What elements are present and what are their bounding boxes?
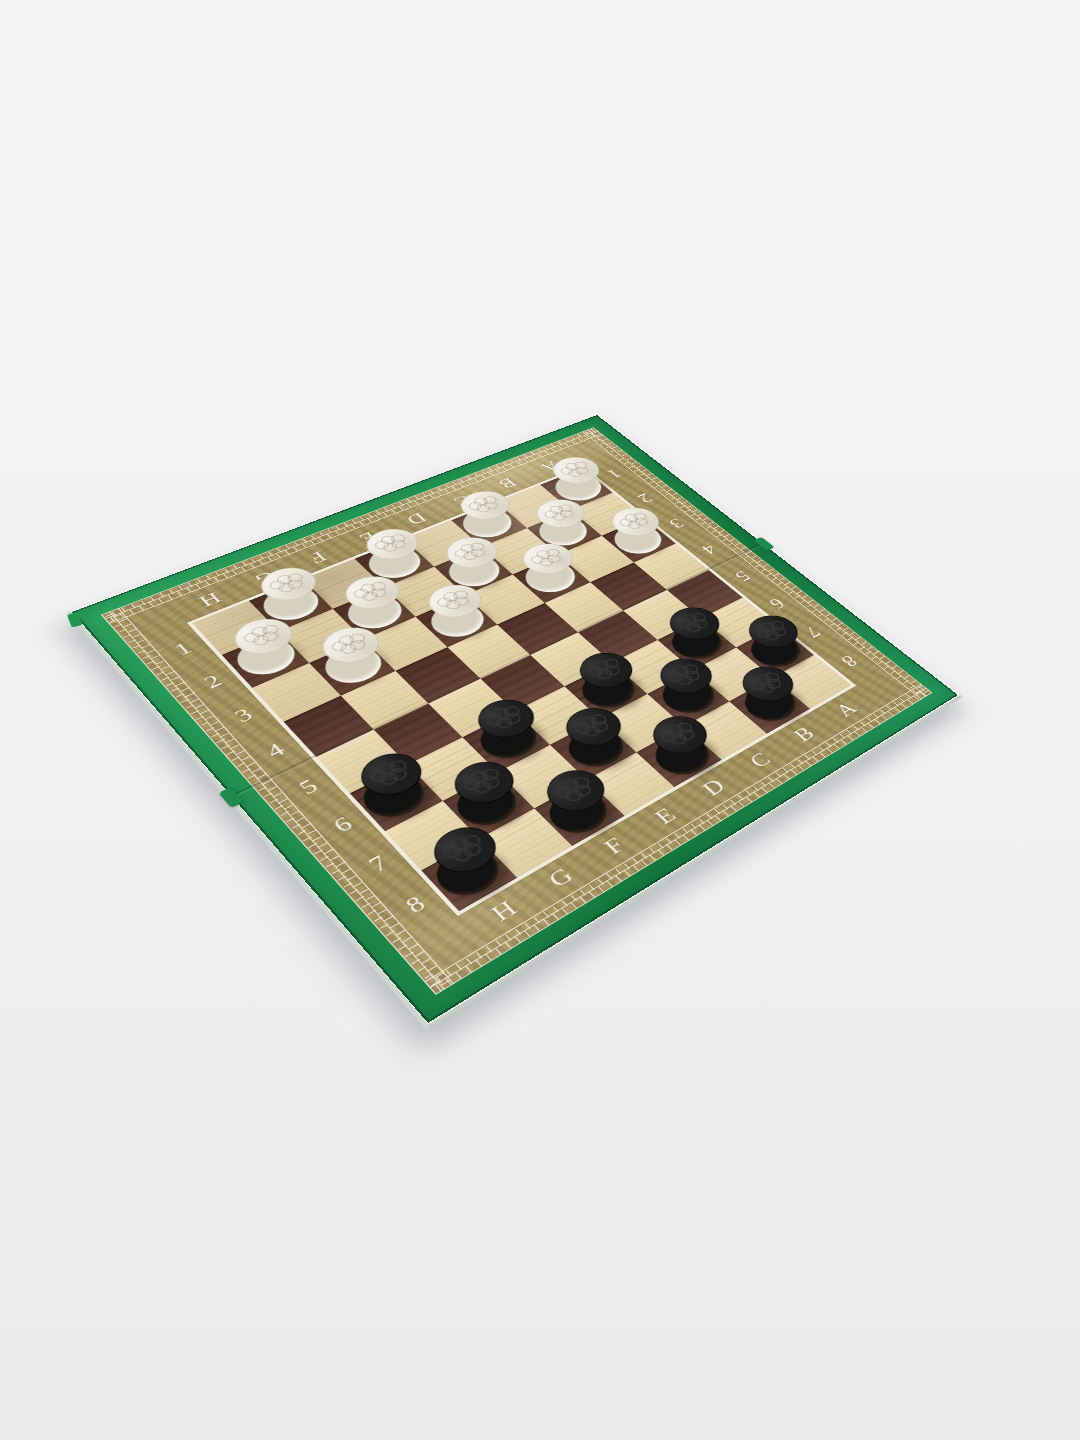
- file-label-bottom-A: A: [832, 699, 861, 720]
- file-label-top-H: H: [194, 590, 224, 610]
- rank-label-right-3: 3: [665, 516, 687, 531]
- rank-label-left-1: 1: [170, 639, 195, 658]
- fold-tab-corner: [67, 612, 83, 628]
- file-label-bottom-E: E: [651, 805, 681, 828]
- rank-label-left-7: 7: [364, 852, 392, 876]
- file-label-bottom-H: H: [487, 897, 522, 925]
- file-label-bottom-F: F: [600, 834, 629, 858]
- checkers-folding-mat: HHGGFFEEDDCCBBAA1122334455667788: [72, 415, 958, 1023]
- file-label-bottom-D: D: [699, 776, 730, 800]
- file-label-top-B: B: [494, 475, 519, 490]
- rank-label-right-4: 4: [697, 541, 720, 556]
- rank-label-left-6: 6: [329, 813, 357, 836]
- file-label-bottom-B: B: [790, 724, 819, 745]
- rank-label-right-1: 1: [603, 467, 624, 481]
- rank-label-left-3: 3: [230, 705, 256, 725]
- rank-label-right-6: 6: [765, 595, 788, 611]
- rank-label-left-4: 4: [262, 740, 289, 761]
- fold-hinge-left: [218, 787, 243, 808]
- rank-label-right-2: 2: [634, 491, 656, 505]
- rank-label-right-7: 7: [800, 623, 824, 640]
- rank-label-right-5: 5: [731, 568, 754, 584]
- rank-label-left-5: 5: [295, 776, 322, 798]
- fold-hinge-right: [754, 537, 775, 551]
- file-label-top-F: F: [305, 549, 330, 566]
- file-label-bottom-C: C: [746, 749, 775, 771]
- rank-label-left-2: 2: [200, 672, 226, 692]
- file-label-bottom-G: G: [544, 864, 578, 891]
- rank-label-right-8: 8: [837, 652, 861, 669]
- product-photo-scene: HHGGFFEEDDCCBBAA1122334455667788: [0, 0, 1080, 1440]
- rank-label-left-8: 8: [401, 892, 430, 917]
- file-label-top-D: D: [402, 510, 429, 527]
